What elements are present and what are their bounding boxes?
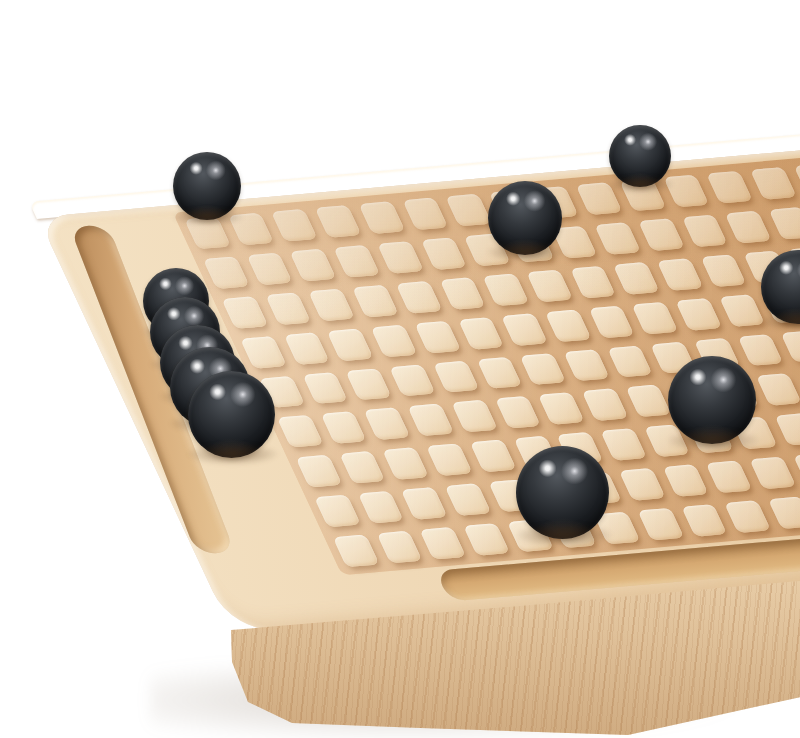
board-bump-cell: [725, 211, 771, 244]
board-bump-cell: [333, 245, 379, 278]
board-bump-cell: [463, 523, 509, 556]
board-bump-cell: [756, 373, 800, 406]
board-bump-cell: [637, 508, 683, 541]
board-bump-cell: [483, 273, 529, 306]
board-bump-cell: [662, 464, 708, 497]
board-bump-cell: [321, 411, 367, 444]
board-bump-cell: [383, 447, 429, 480]
board-bump-cell: [271, 209, 317, 242]
board-bump-cell: [240, 336, 286, 369]
board-bump-cell: [420, 237, 467, 270]
board-bump-cell: [376, 531, 422, 564]
board-bump-cell: [706, 461, 752, 494]
board-bump-cell: [619, 468, 665, 501]
board-bump-cell: [749, 457, 795, 490]
board-bump-cell: [625, 385, 671, 418]
board-bump-cell: [737, 334, 784, 367]
board-bump-cell: [600, 428, 646, 461]
board-bump-cell: [700, 254, 747, 287]
board-bump-cell: [476, 357, 523, 390]
board-bump-cell: [296, 455, 342, 488]
board-bump-cell: [451, 400, 497, 433]
board-bump-cell: [389, 364, 435, 397]
board-bump-cell: [283, 332, 329, 365]
board-bump-cell: [632, 302, 678, 335]
board-bump-cell: [203, 256, 249, 289]
board-bump-cell: [246, 252, 292, 285]
hematite-ball-B[interactable]: [609, 125, 671, 187]
board-bump-cell: [613, 262, 659, 295]
board-bump-cell: [595, 222, 641, 255]
board-bump-cell: [358, 201, 404, 234]
board-bump-cell: [445, 483, 491, 516]
board-bump-cell: [333, 535, 379, 568]
board-bump-cell: [657, 258, 703, 291]
hematite-ball-C[interactable]: [488, 181, 562, 255]
board-bump-cell: [495, 396, 542, 429]
board-bump-cell: [277, 415, 323, 448]
board-bump-cell: [290, 249, 336, 282]
board-bump-cell: [221, 296, 267, 329]
hematite-ball-A[interactable]: [173, 152, 241, 220]
board-bump-cell: [433, 360, 479, 393]
board-bump-cell: [327, 328, 373, 361]
board-bump-cell: [682, 214, 729, 247]
hematite-ball-F[interactable]: [516, 446, 609, 539]
board-bump-cell: [302, 372, 348, 405]
board-bump-cell: [638, 218, 684, 251]
board-bump-cell: [308, 288, 354, 321]
board-bump-cell: [265, 292, 311, 325]
board-bump-cell: [395, 281, 441, 314]
board-bump-cell: [724, 500, 770, 533]
board-bump-cell: [352, 285, 398, 318]
board-bump-cell: [426, 444, 472, 477]
board-bump-cell: [707, 171, 753, 204]
board-bump-cell: [315, 205, 361, 238]
board-bump-cell: [793, 453, 800, 486]
board-bump-cell: [526, 269, 572, 302]
board-bump-cell: [768, 497, 800, 530]
board-bump-cell: [364, 408, 410, 441]
board-bump-cell: [545, 309, 591, 342]
board-bump-cell: [719, 294, 766, 327]
board-bump-cell: [339, 451, 385, 484]
board-bump-cell: [774, 413, 800, 446]
board-bump-cell: [420, 527, 466, 560]
board-bump-cell: [346, 368, 392, 401]
board-bump-cell: [607, 345, 653, 378]
board-bump-cell: [582, 389, 628, 422]
board-bump-cell: [377, 241, 423, 274]
board-bump-cell: [370, 324, 416, 357]
board-bump-cell: [750, 167, 796, 200]
board-bump-cell: [314, 495, 360, 528]
board-bump-cell: [675, 298, 721, 331]
board-bump-cell: [439, 277, 486, 310]
board-bump-cell: [408, 404, 454, 437]
board-bump-cell: [470, 440, 516, 473]
board-bump-cell: [501, 313, 547, 346]
hematite-ball-G5[interactable]: [188, 371, 275, 458]
board-bump-cell: [794, 163, 800, 196]
board-bump-cell: [781, 330, 800, 363]
board-bump-cell: [358, 491, 404, 524]
board-bump-cell: [681, 504, 727, 537]
board-bump-cell: [445, 194, 491, 227]
hematite-ball-E[interactable]: [668, 356, 756, 444]
board-bump-cell: [563, 349, 609, 382]
board-bump-cell: [588, 305, 634, 338]
board-bump-cell: [414, 321, 460, 354]
board-bump-cell: [570, 266, 616, 299]
stage: [0, 0, 800, 738]
board-bump-cell: [458, 317, 505, 350]
board-bump-cell: [769, 207, 800, 240]
board-bump-cell: [520, 353, 566, 386]
board-bump-cell: [402, 197, 448, 230]
board-bump-cell: [538, 392, 584, 425]
board-bump-cell: [401, 487, 447, 520]
